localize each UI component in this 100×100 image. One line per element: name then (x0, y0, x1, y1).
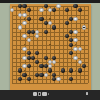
star-point (49, 18, 51, 20)
white-stone (48, 21, 52, 25)
black-stone (65, 21, 69, 25)
black-stone (27, 8, 31, 12)
black-stone (27, 17, 31, 21)
white-stone (22, 21, 26, 25)
white-stone (22, 64, 26, 68)
black-stone (22, 4, 26, 8)
black-stone (61, 68, 65, 72)
white-stone (10, 8, 14, 12)
black-stone (69, 51, 73, 55)
black-stone (22, 73, 26, 77)
white-stone (73, 17, 77, 21)
grid-line (84, 6, 85, 83)
white-stone (22, 56, 26, 60)
bottom-toolbar (0, 90, 100, 100)
white-stone (73, 30, 77, 34)
white-stone (44, 73, 48, 77)
grid-line (67, 6, 68, 83)
white-stone (73, 47, 77, 51)
white-stone (73, 38, 77, 42)
grid-line (59, 6, 60, 83)
black-stone (52, 25, 56, 29)
grid-line (54, 6, 55, 83)
black-stone (69, 77, 73, 81)
move-counter (38, 92, 41, 96)
grid-line (88, 6, 89, 83)
black-stone (44, 4, 48, 8)
black-stone (48, 68, 52, 72)
white-stone (22, 34, 26, 38)
menu-icon[interactable] (86, 92, 89, 95)
white-stone (56, 77, 60, 81)
black-stone (65, 34, 69, 38)
prev-move-button[interactable] (33, 92, 38, 96)
black-stone (35, 60, 39, 64)
white-stone (73, 56, 77, 60)
black-stone (27, 64, 31, 68)
white-stone (52, 60, 56, 64)
black-stone (73, 4, 77, 8)
top-bar (0, 0, 100, 3)
black-stone (35, 51, 39, 55)
white-stone (27, 38, 31, 42)
black-stone (82, 64, 86, 68)
black-stone (78, 8, 82, 12)
grid-line (12, 83, 89, 84)
black-stone (78, 68, 82, 72)
white-stone (22, 47, 26, 51)
black-stone (52, 8, 56, 12)
black-stone (18, 77, 22, 81)
black-stone (39, 64, 43, 68)
black-stone (27, 77, 31, 81)
grid-line (12, 79, 89, 80)
black-stone (31, 56, 35, 60)
next-move-button[interactable] (42, 92, 47, 96)
white-stone (78, 60, 82, 64)
slider-dot (48, 93, 49, 94)
black-stone (69, 68, 73, 72)
white-stone (18, 25, 22, 29)
white-stone (78, 47, 82, 51)
black-stone (27, 51, 31, 55)
black-stone (69, 43, 73, 47)
black-stone (65, 8, 69, 12)
white-stone (22, 13, 26, 17)
white-stone (56, 4, 60, 8)
white-stone (35, 34, 39, 38)
black-stone (44, 56, 48, 60)
white-stone (39, 8, 43, 12)
go-board[interactable] (10, 4, 91, 90)
black-stone (39, 17, 43, 21)
black-stone (44, 30, 48, 34)
black-stone (18, 68, 22, 72)
grid-line (12, 53, 89, 54)
black-stone (39, 73, 43, 77)
